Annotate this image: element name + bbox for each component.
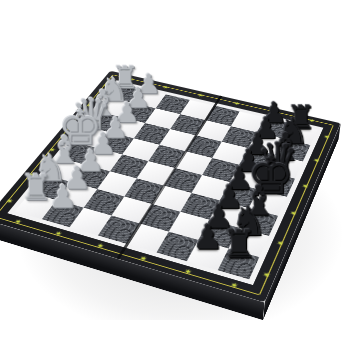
piece-black-rook[interactable]: ♜: [216, 223, 261, 264]
piece-white-pawn[interactable]: ♟: [42, 179, 85, 213]
chess-set-photo-scene: ✶✶✶✶✶✶✶✶✶✶✶✶✶✶✶✶✶✶✶✶✶✶✶✶ ♜♟♟♜♞♟♟♞♝♟♟♝♛♟♟…: [0, 0, 350, 350]
